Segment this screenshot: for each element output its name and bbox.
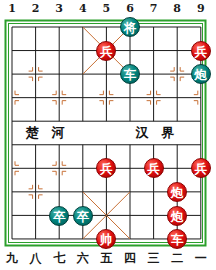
file-label-bottom-5: 五	[95, 250, 119, 267]
file-label-bottom-4: 六	[71, 250, 95, 267]
piece-red-soldier[interactable]: 兵	[191, 41, 211, 61]
piece-black-soldier[interactable]: 卒	[49, 206, 69, 226]
xiangqi-diagram: 123456789 楚 河 汉 界 将兵兵车炮兵兵兵炮卒卒炮帅车 九八七六五四三…	[0, 0, 216, 270]
piece-red-soldier[interactable]: 兵	[144, 158, 164, 178]
piece-red-soldier[interactable]: 兵	[191, 158, 211, 178]
file-label-bottom-1: 九	[0, 250, 24, 267]
file-label-bottom-6: 四	[118, 250, 142, 267]
piece-black-chariot[interactable]: 车	[120, 64, 140, 84]
file-label-bottom-7: 三	[142, 250, 166, 267]
piece-red-chariot[interactable]: 车	[167, 229, 187, 249]
file-label-bottom-9: 一	[189, 250, 213, 267]
piece-red-cannon[interactable]: 炮	[167, 182, 187, 202]
file-label-bottom-3: 七	[47, 250, 71, 267]
file-label-bottom-2: 八	[24, 250, 48, 267]
board[interactable]: 将兵兵车炮兵兵兵炮卒卒炮帅车	[0, 15, 212, 251]
file-label-bottom-8: 二	[165, 250, 189, 267]
piece-red-soldier[interactable]: 兵	[96, 158, 116, 178]
piece-black-cannon[interactable]: 炮	[191, 64, 211, 84]
bottom-file-labels: 九八七六五四三二一	[0, 250, 212, 267]
piece-red-soldier[interactable]: 兵	[96, 41, 116, 61]
piece-black-soldier[interactable]: 卒	[73, 206, 93, 226]
piece-black-general[interactable]: 将	[120, 17, 140, 37]
piece-red-general[interactable]: 帅	[96, 229, 116, 249]
piece-red-cannon[interactable]: 炮	[167, 206, 187, 226]
